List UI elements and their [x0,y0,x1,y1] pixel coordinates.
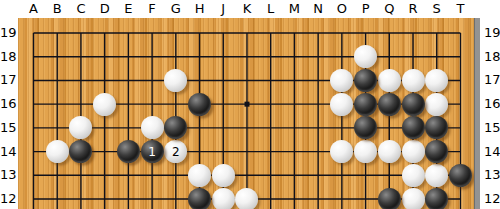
stone-black-H16[interactable] [188,93,211,116]
stone-black-F14[interactable]: 1 [141,140,164,163]
row-label-right-12: 12 [484,191,500,207]
column-label-S: S [428,1,446,16]
stone-white-S13[interactable] [425,164,448,187]
column-label-R: R [404,1,422,16]
row-label-right-17: 17 [484,72,500,88]
stone-white-Q17[interactable] [378,69,401,92]
row-label-left-18: 18 [0,49,16,65]
row-label-left-16: 16 [0,96,16,112]
stone-white-R14[interactable] [402,140,425,163]
go-board[interactable]: 21 [18,18,474,209]
column-label-H: H [191,1,209,16]
stone-black-R15[interactable] [402,116,425,139]
column-label-P: P [357,1,375,16]
stone-black-Q12[interactable] [378,188,401,209]
column-label-G: G [167,1,185,16]
stone-white-Q14[interactable] [378,140,401,163]
row-label-left-19: 19 [0,25,16,41]
row-label-right-15: 15 [484,120,500,136]
stone-white-H13[interactable] [188,164,211,187]
stone-black-Q16[interactable] [378,93,401,116]
stone-white-F15[interactable] [141,116,164,139]
column-label-A: A [25,1,43,16]
move-number-1: 1 [148,146,156,158]
row-label-left-17: 17 [0,72,16,88]
column-label-O: O [333,1,351,16]
column-label-T: T [451,1,469,16]
stone-white-B14[interactable] [46,140,69,163]
stone-white-S16[interactable] [425,93,448,116]
row-label-left-12: 12 [0,191,16,207]
stone-black-R16[interactable] [402,93,425,116]
row-label-right-14: 14 [484,144,500,160]
column-label-M: M [285,1,303,16]
stone-white-O16[interactable] [330,93,353,116]
column-label-J: J [214,1,232,16]
column-label-N: N [309,1,327,16]
column-label-C: C [72,1,90,16]
stone-white-J12[interactable] [212,188,235,209]
stone-white-D16[interactable] [93,93,116,116]
stone-white-R13[interactable] [402,164,425,187]
move-number-2: 2 [172,146,180,158]
column-label-B: B [48,1,66,16]
column-label-E: E [119,1,137,16]
stone-black-T13[interactable] [449,164,472,187]
stone-black-E14[interactable] [117,140,140,163]
column-label-L: L [262,1,280,16]
column-label-D: D [96,1,114,16]
board-edge-shadow [474,18,480,209]
row-label-left-14: 14 [0,144,16,160]
column-label-Q: Q [380,1,398,16]
star-point-K16 [244,102,249,107]
stone-black-S12[interactable] [425,188,448,209]
row-label-left-15: 15 [0,120,16,136]
stone-black-H12[interactable] [188,188,211,209]
go-diagram-screen: ABCDEFGHJKLMNOPQRST 1918171615141312 191… [0,0,500,209]
row-label-right-19: 19 [484,25,500,41]
row-label-right-13: 13 [484,167,500,183]
stone-white-R12[interactable] [402,188,425,209]
row-label-right-16: 16 [484,96,500,112]
column-label-F: F [143,1,161,16]
stone-black-P16[interactable] [354,93,377,116]
column-label-K: K [238,1,256,16]
stone-black-P17[interactable] [354,69,377,92]
row-label-right-18: 18 [484,49,500,65]
row-label-left-13: 13 [0,167,16,183]
stone-white-J13[interactable] [212,164,235,187]
stone-white-R17[interactable] [402,69,425,92]
